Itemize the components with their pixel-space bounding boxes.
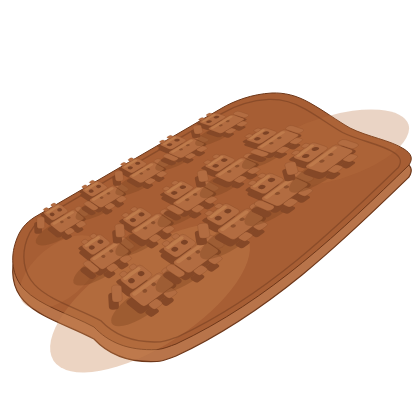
mold-photo-svg [0,0,416,416]
product-photo [0,0,416,416]
